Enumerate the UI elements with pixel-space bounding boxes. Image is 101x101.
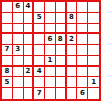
given-cell-r8c9: 1 (88, 77, 99, 88)
empty-cell-r2c8[interactable] (77, 13, 88, 24)
given-cell-r5c1: 7 (2, 45, 13, 56)
empty-cell-r6c8[interactable] (77, 56, 88, 67)
empty-cell-r4c2[interactable] (13, 34, 24, 45)
empty-cell-r7c7[interactable] (67, 67, 78, 78)
empty-cell-r7c6[interactable] (56, 67, 67, 78)
given-cell-r6c5: 1 (45, 56, 56, 67)
empty-cell-r4c1[interactable] (2, 34, 13, 45)
empty-cell-r2c1[interactable] (2, 13, 13, 24)
empty-cell-r6c3[interactable] (24, 56, 35, 67)
empty-cell-r4c3[interactable] (24, 34, 35, 45)
empty-cell-r3c3[interactable] (24, 24, 35, 35)
empty-cell-r2c3[interactable] (24, 13, 35, 24)
empty-cell-r6c4[interactable] (34, 56, 45, 67)
empty-cell-r3c2[interactable] (13, 24, 24, 35)
given-cell-r7c1: 8 (2, 67, 13, 78)
empty-cell-r1c1[interactable] (2, 2, 13, 13)
empty-cell-r9c3[interactable] (24, 88, 35, 99)
empty-cell-r2c5[interactable] (45, 13, 56, 24)
empty-cell-r3c5[interactable] (45, 24, 56, 35)
empty-cell-r9c5[interactable] (45, 88, 56, 99)
given-cell-r2c7: 8 (67, 13, 78, 24)
empty-cell-r2c9[interactable] (88, 13, 99, 24)
empty-cell-r4c9[interactable] (88, 34, 99, 45)
empty-cell-r7c5[interactable] (45, 67, 56, 78)
empty-cell-r6c1[interactable] (2, 56, 13, 67)
sudoku-board: 64586827318245176 (0, 0, 101, 101)
empty-cell-r5c6[interactable] (56, 45, 67, 56)
empty-cell-r6c9[interactable] (88, 56, 99, 67)
empty-cell-r6c7[interactable] (67, 56, 78, 67)
empty-cell-r7c9[interactable] (88, 67, 99, 78)
empty-cell-r9c9[interactable] (88, 88, 99, 99)
given-cell-r9c8: 6 (77, 88, 88, 99)
empty-cell-r6c2[interactable] (13, 56, 24, 67)
given-cell-r4c5: 6 (45, 34, 56, 45)
empty-cell-r2c6[interactable] (56, 13, 67, 24)
given-cell-r7c3: 2 (24, 67, 35, 78)
given-cell-r1c3: 4 (24, 2, 35, 13)
empty-cell-r3c6[interactable] (56, 24, 67, 35)
empty-cell-r5c9[interactable] (88, 45, 99, 56)
empty-cell-r9c6[interactable] (56, 88, 67, 99)
empty-cell-r3c1[interactable] (2, 24, 13, 35)
empty-cell-r8c4[interactable] (34, 77, 45, 88)
empty-cell-r1c9[interactable] (88, 2, 99, 13)
empty-cell-r5c5[interactable] (45, 45, 56, 56)
empty-cell-r8c6[interactable] (56, 77, 67, 88)
given-cell-r4c7: 2 (67, 34, 78, 45)
empty-cell-r9c7[interactable] (67, 88, 78, 99)
empty-cell-r3c8[interactable] (77, 24, 88, 35)
empty-cell-r3c7[interactable] (67, 24, 78, 35)
empty-cell-r3c4[interactable] (34, 24, 45, 35)
empty-cell-r3c9[interactable] (88, 24, 99, 35)
empty-cell-r8c8[interactable] (77, 77, 88, 88)
empty-cell-r8c3[interactable] (24, 77, 35, 88)
empty-cell-r8c7[interactable] (67, 77, 78, 88)
given-cell-r7c4: 4 (34, 67, 45, 78)
empty-cell-r6c6[interactable] (56, 56, 67, 67)
empty-cell-r1c5[interactable] (45, 2, 56, 13)
empty-cell-r7c8[interactable] (77, 67, 88, 78)
empty-cell-r9c1[interactable] (2, 88, 13, 99)
empty-cell-r8c5[interactable] (45, 77, 56, 88)
given-cell-r1c2: 6 (13, 2, 24, 13)
empty-cell-r1c4[interactable] (34, 2, 45, 13)
empty-cell-r4c4[interactable] (34, 34, 45, 45)
given-cell-r2c4: 5 (34, 13, 45, 24)
empty-cell-r8c2[interactable] (13, 77, 24, 88)
empty-cell-r2c2[interactable] (13, 13, 24, 24)
given-cell-r8c1: 5 (2, 77, 13, 88)
empty-cell-r7c2[interactable] (13, 67, 24, 78)
empty-cell-r4c8[interactable] (77, 34, 88, 45)
empty-cell-r1c7[interactable] (67, 2, 78, 13)
empty-cell-r1c6[interactable] (56, 2, 67, 13)
empty-cell-r5c7[interactable] (67, 45, 78, 56)
empty-cell-r1c8[interactable] (77, 2, 88, 13)
given-cell-r9c4: 7 (34, 88, 45, 99)
empty-cell-r9c2[interactable] (13, 88, 24, 99)
empty-cell-r5c4[interactable] (34, 45, 45, 56)
empty-cell-r5c3[interactable] (24, 45, 35, 56)
empty-cell-r5c8[interactable] (77, 45, 88, 56)
given-cell-r5c2: 3 (13, 45, 24, 56)
given-cell-r4c6: 8 (56, 34, 67, 45)
